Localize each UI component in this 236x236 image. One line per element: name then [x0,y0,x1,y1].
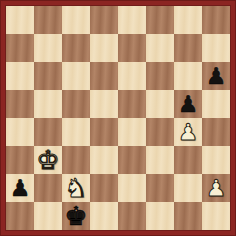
square-g3[interactable] [174,146,202,174]
square-g4[interactable]: ♟ [174,118,202,146]
square-c4[interactable] [62,118,90,146]
square-e5[interactable] [118,90,146,118]
piece-black-pawn[interactable]: ♟ [202,62,230,90]
square-a4[interactable] [6,118,34,146]
square-d5[interactable] [90,90,118,118]
piece-white-pawn[interactable]: ♟ [202,174,230,202]
square-f8[interactable] [146,6,174,34]
square-h8[interactable] [202,6,230,34]
square-g8[interactable] [174,6,202,34]
square-f5[interactable] [146,90,174,118]
square-f1[interactable] [146,202,174,230]
square-c8[interactable] [62,6,90,34]
square-g7[interactable] [174,34,202,62]
board-frame: ♟♟♟♚♟♞♟♚ [0,0,236,236]
square-g1[interactable] [174,202,202,230]
square-g2[interactable] [174,174,202,202]
piece-white-pawn[interactable]: ♟ [174,118,202,146]
piece-white-king[interactable]: ♚ [34,146,62,174]
square-c3[interactable] [62,146,90,174]
square-g5[interactable]: ♟ [174,90,202,118]
square-d2[interactable] [90,174,118,202]
square-e6[interactable] [118,62,146,90]
square-b5[interactable] [34,90,62,118]
chess-board: ♟♟♟♚♟♞♟♚ [6,6,230,230]
square-b2[interactable] [34,174,62,202]
square-a5[interactable] [6,90,34,118]
square-b8[interactable] [34,6,62,34]
square-c7[interactable] [62,34,90,62]
square-b1[interactable] [34,202,62,230]
square-d7[interactable] [90,34,118,62]
square-b6[interactable] [34,62,62,90]
square-d8[interactable] [90,6,118,34]
square-c6[interactable] [62,62,90,90]
square-e8[interactable] [118,6,146,34]
piece-black-pawn[interactable]: ♟ [174,90,202,118]
square-h5[interactable] [202,90,230,118]
square-h1[interactable] [202,202,230,230]
square-h4[interactable] [202,118,230,146]
square-a7[interactable] [6,34,34,62]
piece-white-knight[interactable]: ♞ [62,174,90,202]
square-b7[interactable] [34,34,62,62]
square-b3[interactable]: ♚ [34,146,62,174]
square-d3[interactable] [90,146,118,174]
square-e7[interactable] [118,34,146,62]
square-d4[interactable] [90,118,118,146]
square-e4[interactable] [118,118,146,146]
square-f3[interactable] [146,146,174,174]
square-f6[interactable] [146,62,174,90]
square-a1[interactable] [6,202,34,230]
square-h2[interactable]: ♟ [202,174,230,202]
square-b4[interactable] [34,118,62,146]
square-a8[interactable] [6,6,34,34]
square-f7[interactable] [146,34,174,62]
square-e2[interactable] [118,174,146,202]
square-e1[interactable] [118,202,146,230]
square-h6[interactable]: ♟ [202,62,230,90]
square-a2[interactable]: ♟ [6,174,34,202]
square-c2[interactable]: ♞ [62,174,90,202]
piece-black-king[interactable]: ♚ [62,202,90,230]
square-e3[interactable] [118,146,146,174]
square-f4[interactable] [146,118,174,146]
square-a3[interactable] [6,146,34,174]
square-h7[interactable] [202,34,230,62]
square-c1[interactable]: ♚ [62,202,90,230]
square-c5[interactable] [62,90,90,118]
square-f2[interactable] [146,174,174,202]
square-h3[interactable] [202,146,230,174]
square-d6[interactable] [90,62,118,90]
square-g6[interactable] [174,62,202,90]
square-d1[interactable] [90,202,118,230]
square-a6[interactable] [6,62,34,90]
piece-black-pawn[interactable]: ♟ [6,174,34,202]
